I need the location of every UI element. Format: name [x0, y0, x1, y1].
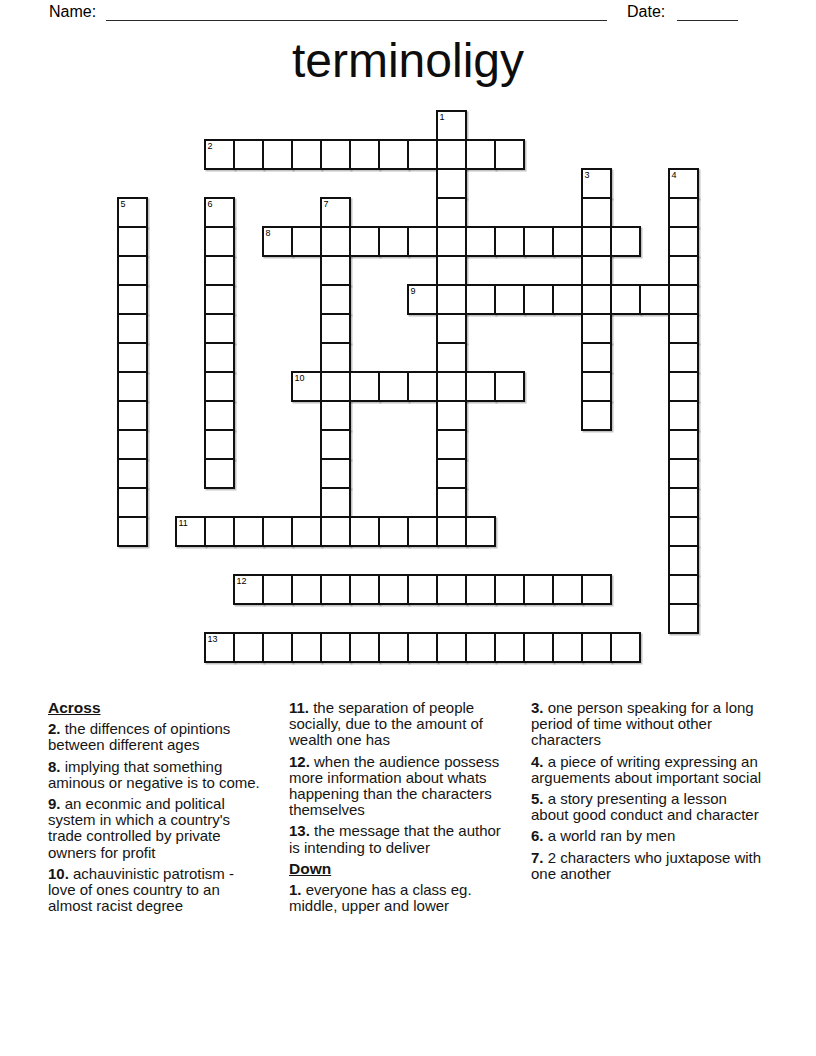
- grid-cell-r8c11[interactable]: [436, 342, 467, 373]
- grid-cell-r3c3[interactable]: [204, 197, 235, 228]
- grid-cell-r15c19[interactable]: [668, 545, 699, 576]
- clue-down-5: 5. a story presenting a lesson about goo…: [531, 791, 763, 823]
- crossword-grid: 12345678910111213: [117, 110, 699, 663]
- grid-cell-r18c4[interactable]: [233, 632, 264, 663]
- grid-cell-r6c11[interactable]: [436, 284, 467, 315]
- grid-cell-r3c7[interactable]: [320, 197, 351, 228]
- grid-cell-r16c19[interactable]: [668, 574, 699, 605]
- grid-cell-r10c11[interactable]: [436, 400, 467, 431]
- name-label: Name:: [49, 3, 96, 21]
- clue-number: 7.: [531, 849, 544, 866]
- date-label: Date:: [627, 3, 665, 21]
- clue-number: 11.: [289, 699, 309, 716]
- grid-cell-r10c19[interactable]: [668, 400, 699, 431]
- grid-cell-r1c4[interactable]: [233, 139, 264, 170]
- name-blank-line: [106, 2, 607, 21]
- grid-cell-r13c0[interactable]: [117, 487, 148, 518]
- grid-cell-r9c8[interactable]: [349, 371, 380, 402]
- grid-cell-r18c10[interactable]: [407, 632, 438, 663]
- grid-cell-r9c10[interactable]: [407, 371, 438, 402]
- grid-cell-r5c19[interactable]: [668, 255, 699, 286]
- puzzle-title: terminoligy: [0, 33, 816, 89]
- grid-cell-r14c10[interactable]: [407, 516, 438, 547]
- grid-cell-r6c10[interactable]: [407, 284, 438, 315]
- clue-down-7: 7. 2 characters who juxtapose with one a…: [531, 850, 763, 882]
- grid-cell-r1c3[interactable]: [204, 139, 235, 170]
- grid-cell-r1c9[interactable]: [378, 139, 409, 170]
- clue-down-1: 1. everyone has a class eg. middle, uppe…: [289, 882, 511, 914]
- clue-number: 6.: [531, 827, 544, 844]
- grid-cell-r10c0[interactable]: [117, 400, 148, 431]
- grid-cell-r6c7[interactable]: [320, 284, 351, 315]
- grid-cell-r14c2[interactable]: [175, 516, 206, 547]
- grid-cell-r7c16[interactable]: [581, 313, 612, 344]
- grid-cell-r4c17[interactable]: [610, 226, 641, 257]
- grid-cell-r17c19[interactable]: [668, 603, 699, 634]
- grid-cell-r5c0[interactable]: [117, 255, 148, 286]
- grid-cell-r14c11[interactable]: [436, 516, 467, 547]
- clue-number: 3.: [531, 699, 544, 716]
- grid-cell-r11c11[interactable]: [436, 429, 467, 460]
- grid-cell-r8c3[interactable]: [204, 342, 235, 373]
- grid-cell-r7c7[interactable]: [320, 313, 351, 344]
- grid-cell-r4c6[interactable]: [291, 226, 322, 257]
- grid-cell-r16c4[interactable]: [233, 574, 264, 605]
- grid-cell-r14c9[interactable]: [378, 516, 409, 547]
- grid-cell-r10c16[interactable]: [581, 400, 612, 431]
- grid-cell-r1c11[interactable]: [436, 139, 467, 170]
- clue-column-3: 3. one person speaking for a long period…: [531, 700, 763, 887]
- grid-cell-r4c0[interactable]: [117, 226, 148, 257]
- grid-cell-r7c19[interactable]: [668, 313, 699, 344]
- clue-column-1: Across2. the diffences of opintions betw…: [48, 700, 262, 919]
- grid-cell-r16c7[interactable]: [320, 574, 351, 605]
- grid-cell-r14c12[interactable]: [465, 516, 496, 547]
- grid-cell-r1c7[interactable]: [320, 139, 351, 170]
- grid-cell-r16c6[interactable]: [291, 574, 322, 605]
- clue-number: 13.: [289, 822, 310, 839]
- grid-cell-r6c0[interactable]: [117, 284, 148, 315]
- date-blank-line: [677, 2, 738, 21]
- grid-cell-r4c8[interactable]: [349, 226, 380, 257]
- grid-cell-r4c12[interactable]: [465, 226, 496, 257]
- grid-cell-r18c9[interactable]: [378, 632, 409, 663]
- grid-cell-r1c12[interactable]: [465, 139, 496, 170]
- grid-cell-r7c3[interactable]: [204, 313, 235, 344]
- grid-cell-r4c3[interactable]: [204, 226, 235, 257]
- grid-cell-r18c5[interactable]: [262, 632, 293, 663]
- grid-cell-r4c14[interactable]: [523, 226, 554, 257]
- grid-cell-r4c7[interactable]: [320, 226, 351, 257]
- grid-cell-r12c3[interactable]: [204, 458, 235, 489]
- grid-cell-r9c11[interactable]: [436, 371, 467, 402]
- grid-cell-r1c13[interactable]: [494, 139, 525, 170]
- grid-cell-r9c19[interactable]: [668, 371, 699, 402]
- grid-cell-r1c10[interactable]: [407, 139, 438, 170]
- grid-cell-r3c16[interactable]: [581, 197, 612, 228]
- grid-cell-r18c16[interactable]: [581, 632, 612, 663]
- clue-number: 5.: [531, 790, 544, 807]
- grid-cell-r6c12[interactable]: [465, 284, 496, 315]
- grid-cell-r16c11[interactable]: [436, 574, 467, 605]
- grid-cell-r12c19[interactable]: [668, 458, 699, 489]
- grid-cell-r18c11[interactable]: [436, 632, 467, 663]
- grid-cell-r9c16[interactable]: [581, 371, 612, 402]
- grid-cell-r18c17[interactable]: [610, 632, 641, 663]
- grid-cell-r18c8[interactable]: [349, 632, 380, 663]
- grid-cell-r1c8[interactable]: [349, 139, 380, 170]
- grid-cell-r16c12[interactable]: [465, 574, 496, 605]
- grid-cell-r5c16[interactable]: [581, 255, 612, 286]
- grid-cell-r16c14[interactable]: [523, 574, 554, 605]
- grid-cell-r6c18[interactable]: [639, 284, 670, 315]
- grid-cell-r0c11[interactable]: [436, 110, 467, 141]
- grid-cell-r7c11[interactable]: [436, 313, 467, 344]
- clue-across-9: 9. an econmic and political system in wh…: [48, 796, 262, 861]
- grid-cell-r5c7[interactable]: [320, 255, 351, 286]
- clue-down-3: 3. one person speaking for a long period…: [531, 700, 763, 749]
- clue-number: 9.: [48, 795, 61, 812]
- grid-cell-r6c19[interactable]: [668, 284, 699, 315]
- grid-cell-r9c13[interactable]: [494, 371, 525, 402]
- grid-cell-r10c7[interactable]: [320, 400, 351, 431]
- grid-cell-r14c6[interactable]: [291, 516, 322, 547]
- grid-cell-r14c19[interactable]: [668, 516, 699, 547]
- grid-cell-r16c16[interactable]: [581, 574, 612, 605]
- grid-cell-r4c19[interactable]: [668, 226, 699, 257]
- grid-cell-r14c8[interactable]: [349, 516, 380, 547]
- grid-cell-r4c10[interactable]: [407, 226, 438, 257]
- clue-number: 12.: [289, 753, 310, 770]
- grid-cell-r1c6[interactable]: [291, 139, 322, 170]
- grid-cell-r9c12[interactable]: [465, 371, 496, 402]
- grid-cell-r16c8[interactable]: [349, 574, 380, 605]
- grid-cell-r9c7[interactable]: [320, 371, 351, 402]
- clue-down-6: 6. a world ran by men: [531, 828, 763, 844]
- grid-cell-r14c4[interactable]: [233, 516, 264, 547]
- grid-cell-r12c7[interactable]: [320, 458, 351, 489]
- grid-cell-r18c6[interactable]: [291, 632, 322, 663]
- grid-cell-r14c5[interactable]: [262, 516, 293, 547]
- grid-cell-r11c3[interactable]: [204, 429, 235, 460]
- grid-cell-r18c7[interactable]: [320, 632, 351, 663]
- grid-cell-r10c3[interactable]: [204, 400, 235, 431]
- grid-cell-r4c5[interactable]: [262, 226, 293, 257]
- grid-cell-r16c5[interactable]: [262, 574, 293, 605]
- clue-number: 2.: [48, 720, 61, 737]
- grid-cell-r16c13[interactable]: [494, 574, 525, 605]
- grid-cell-r18c15[interactable]: [552, 632, 583, 663]
- clue-number: 4.: [531, 753, 544, 770]
- grid-cell-r3c0[interactable]: [117, 197, 148, 228]
- clue-down-4: 4. a piece of writing expressing an argu…: [531, 754, 763, 786]
- across-heading: Across: [48, 700, 262, 716]
- grid-cell-r14c7[interactable]: [320, 516, 351, 547]
- grid-cell-r6c13[interactable]: [494, 284, 525, 315]
- grid-cell-r16c9[interactable]: [378, 574, 409, 605]
- clue-number: 10.: [48, 865, 69, 882]
- clue-across-8: 8. implying that something aminous or ne…: [48, 759, 262, 791]
- grid-cell-r6c3[interactable]: [204, 284, 235, 315]
- grid-cell-r4c11[interactable]: [436, 226, 467, 257]
- clue-across-10: 10. achauvinistic patrotism - love of on…: [48, 866, 262, 915]
- grid-cell-r9c6[interactable]: [291, 371, 322, 402]
- grid-cell-r9c0[interactable]: [117, 371, 148, 402]
- clue-number: 8.: [48, 758, 61, 775]
- grid-cell-r7c0[interactable]: [117, 313, 148, 344]
- grid-cell-r2c11[interactable]: [436, 168, 467, 199]
- grid-cell-r11c0[interactable]: [117, 429, 148, 460]
- grid-cell-r9c3[interactable]: [204, 371, 235, 402]
- clue-across-11: 11. the separation of people socially, d…: [289, 700, 511, 749]
- grid-cell-r12c0[interactable]: [117, 458, 148, 489]
- grid-cell-r13c7[interactable]: [320, 487, 351, 518]
- grid-cell-r3c19[interactable]: [668, 197, 699, 228]
- grid-cell-r14c0[interactable]: [117, 516, 148, 547]
- grid-cell-r9c9[interactable]: [378, 371, 409, 402]
- clue-number: 1.: [289, 881, 302, 898]
- crossword-worksheet-page: { "header": { "name_label": "Name:", "da…: [0, 0, 816, 1056]
- grid-cell-r4c16[interactable]: [581, 226, 612, 257]
- grid-cell-r8c19[interactable]: [668, 342, 699, 373]
- grid-cell-r4c15[interactable]: [552, 226, 583, 257]
- grid-cell-r14c3[interactable]: [204, 516, 235, 547]
- grid-cell-r3c11[interactable]: [436, 197, 467, 228]
- grid-cell-r18c13[interactable]: [494, 632, 525, 663]
- grid-cell-r6c16[interactable]: [581, 284, 612, 315]
- grid-cell-r4c13[interactable]: [494, 226, 525, 257]
- grid-cell-r6c17[interactable]: [610, 284, 641, 315]
- grid-cell-r16c10[interactable]: [407, 574, 438, 605]
- grid-cell-r8c16[interactable]: [581, 342, 612, 373]
- grid-cell-r13c19[interactable]: [668, 487, 699, 518]
- grid-cell-r5c11[interactable]: [436, 255, 467, 286]
- grid-cell-r5c3[interactable]: [204, 255, 235, 286]
- grid-cell-r6c14[interactable]: [523, 284, 554, 315]
- grid-cell-r11c19[interactable]: [668, 429, 699, 460]
- grid-cell-r2c19[interactable]: [668, 168, 699, 199]
- clue-across-13: 13. the message that the author is inten…: [289, 823, 511, 855]
- grid-cell-r13c11[interactable]: [436, 487, 467, 518]
- grid-cell-r18c12[interactable]: [465, 632, 496, 663]
- grid-cell-r16c15[interactable]: [552, 574, 583, 605]
- clue-across-12: 12. when the audience possess more infor…: [289, 754, 511, 819]
- grid-cell-r11c7[interactable]: [320, 429, 351, 460]
- clue-column-2: 11. the separation of people socially, d…: [289, 700, 511, 919]
- grid-cell-r8c7[interactable]: [320, 342, 351, 373]
- grid-cell-r1c5[interactable]: [262, 139, 293, 170]
- down-heading: Down: [289, 861, 511, 877]
- grid-cell-r18c14[interactable]: [523, 632, 554, 663]
- grid-cell-r2c16[interactable]: [581, 168, 612, 199]
- grid-cell-r12c11[interactable]: [436, 458, 467, 489]
- grid-cell-r4c9[interactable]: [378, 226, 409, 257]
- clue-across-2: 2. the diffences of opintions between di…: [48, 721, 262, 753]
- grid-cell-r18c3[interactable]: [204, 632, 235, 663]
- grid-cell-r8c0[interactable]: [117, 342, 148, 373]
- grid-cell-r6c15[interactable]: [552, 284, 583, 315]
